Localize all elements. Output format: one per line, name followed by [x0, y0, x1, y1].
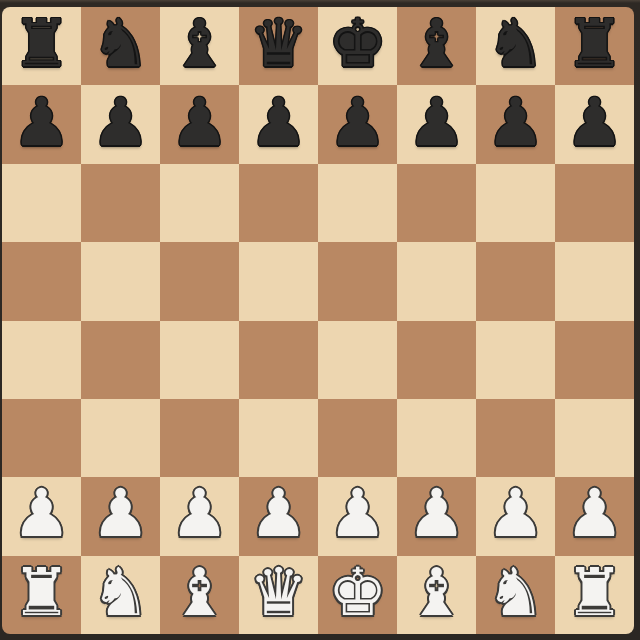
black-queen-d8[interactable]: ♛ — [249, 11, 308, 77]
square-c6[interactable] — [160, 164, 239, 242]
square-b5[interactable] — [81, 242, 160, 320]
square-d1[interactable]: ♛ — [239, 556, 318, 634]
black-bishop-f8[interactable]: ♝ — [407, 11, 466, 77]
square-h3[interactable] — [555, 399, 634, 477]
square-b6[interactable] — [81, 164, 160, 242]
square-c4[interactable] — [160, 321, 239, 399]
square-h2[interactable]: ♟ — [555, 477, 634, 555]
black-pawn-b7[interactable]: ♟ — [91, 90, 150, 156]
square-a6[interactable] — [2, 164, 81, 242]
square-b8[interactable]: ♞ — [81, 7, 160, 85]
square-a3[interactable] — [2, 399, 81, 477]
square-b4[interactable] — [81, 321, 160, 399]
white-rook-a1[interactable]: ♜ — [12, 560, 71, 626]
black-knight-g8[interactable]: ♞ — [486, 11, 545, 77]
square-h8[interactable]: ♜ — [555, 7, 634, 85]
white-pawn-d2[interactable]: ♟ — [249, 481, 308, 547]
square-a5[interactable] — [2, 242, 81, 320]
square-a4[interactable] — [2, 321, 81, 399]
white-pawn-a2[interactable]: ♟ — [12, 481, 71, 547]
square-h6[interactable] — [555, 164, 634, 242]
white-pawn-g2[interactable]: ♟ — [486, 481, 545, 547]
square-g2[interactable]: ♟ — [476, 477, 555, 555]
white-pawn-e2[interactable]: ♟ — [328, 481, 387, 547]
black-rook-h8[interactable]: ♜ — [565, 11, 624, 77]
square-c8[interactable]: ♝ — [160, 7, 239, 85]
chess-app-window: ♜♞♝♛♚♝♞♜♟♟♟♟♟♟♟♟♟♟♟♟♟♟♟♟♜♞♝♛♚♝♞♜ — [0, 0, 640, 640]
square-d2[interactable]: ♟ — [239, 477, 318, 555]
square-h7[interactable]: ♟ — [555, 85, 634, 163]
black-pawn-a7[interactable]: ♟ — [12, 90, 71, 156]
black-pawn-h7[interactable]: ♟ — [565, 90, 624, 156]
square-g4[interactable] — [476, 321, 555, 399]
square-e7[interactable]: ♟ — [318, 85, 397, 163]
square-a1[interactable]: ♜ — [2, 556, 81, 634]
white-knight-g1[interactable]: ♞ — [486, 560, 545, 626]
square-a7[interactable]: ♟ — [2, 85, 81, 163]
square-g8[interactable]: ♞ — [476, 7, 555, 85]
square-e8[interactable]: ♚ — [318, 7, 397, 85]
square-c3[interactable] — [160, 399, 239, 477]
square-e2[interactable]: ♟ — [318, 477, 397, 555]
square-a2[interactable]: ♟ — [2, 477, 81, 555]
square-c1[interactable]: ♝ — [160, 556, 239, 634]
square-b2[interactable]: ♟ — [81, 477, 160, 555]
square-f6[interactable] — [397, 164, 476, 242]
chess-board: ♜♞♝♛♚♝♞♜♟♟♟♟♟♟♟♟♟♟♟♟♟♟♟♟♜♞♝♛♚♝♞♜ — [2, 7, 634, 634]
square-e5[interactable] — [318, 242, 397, 320]
square-c5[interactable] — [160, 242, 239, 320]
square-c7[interactable]: ♟ — [160, 85, 239, 163]
black-bishop-c8[interactable]: ♝ — [170, 11, 229, 77]
square-d4[interactable] — [239, 321, 318, 399]
square-h5[interactable] — [555, 242, 634, 320]
black-pawn-g7[interactable]: ♟ — [486, 90, 545, 156]
square-d8[interactable]: ♛ — [239, 7, 318, 85]
square-d3[interactable] — [239, 399, 318, 477]
black-pawn-e7[interactable]: ♟ — [328, 90, 387, 156]
white-pawn-c2[interactable]: ♟ — [170, 481, 229, 547]
black-rook-a8[interactable]: ♜ — [12, 11, 71, 77]
square-e6[interactable] — [318, 164, 397, 242]
square-e3[interactable] — [318, 399, 397, 477]
square-d6[interactable] — [239, 164, 318, 242]
black-knight-b8[interactable]: ♞ — [91, 11, 150, 77]
square-h4[interactable] — [555, 321, 634, 399]
white-bishop-c1[interactable]: ♝ — [170, 560, 229, 626]
square-f5[interactable] — [397, 242, 476, 320]
black-pawn-d7[interactable]: ♟ — [249, 90, 308, 156]
square-a8[interactable]: ♜ — [2, 7, 81, 85]
black-pawn-c7[interactable]: ♟ — [170, 90, 229, 156]
white-pawn-h2[interactable]: ♟ — [565, 481, 624, 547]
square-f1[interactable]: ♝ — [397, 556, 476, 634]
square-g7[interactable]: ♟ — [476, 85, 555, 163]
square-f7[interactable]: ♟ — [397, 85, 476, 163]
black-pawn-f7[interactable]: ♟ — [407, 90, 466, 156]
white-rook-h1[interactable]: ♜ — [565, 560, 624, 626]
white-pawn-b2[interactable]: ♟ — [91, 481, 150, 547]
square-f3[interactable] — [397, 399, 476, 477]
square-f4[interactable] — [397, 321, 476, 399]
square-g1[interactable]: ♞ — [476, 556, 555, 634]
square-b7[interactable]: ♟ — [81, 85, 160, 163]
square-g5[interactable] — [476, 242, 555, 320]
white-king-e1[interactable]: ♚ — [328, 560, 387, 626]
square-g6[interactable] — [476, 164, 555, 242]
square-b1[interactable]: ♞ — [81, 556, 160, 634]
square-d7[interactable]: ♟ — [239, 85, 318, 163]
square-f2[interactable]: ♟ — [397, 477, 476, 555]
square-c2[interactable]: ♟ — [160, 477, 239, 555]
white-pawn-f2[interactable]: ♟ — [407, 481, 466, 547]
square-b3[interactable] — [81, 399, 160, 477]
square-e1[interactable]: ♚ — [318, 556, 397, 634]
square-e4[interactable] — [318, 321, 397, 399]
square-f8[interactable]: ♝ — [397, 7, 476, 85]
square-h1[interactable]: ♜ — [555, 556, 634, 634]
white-queen-d1[interactable]: ♛ — [249, 560, 308, 626]
square-g3[interactable] — [476, 399, 555, 477]
white-bishop-f1[interactable]: ♝ — [407, 560, 466, 626]
white-knight-b1[interactable]: ♞ — [91, 560, 150, 626]
square-d5[interactable] — [239, 242, 318, 320]
black-king-e8[interactable]: ♚ — [328, 11, 387, 77]
